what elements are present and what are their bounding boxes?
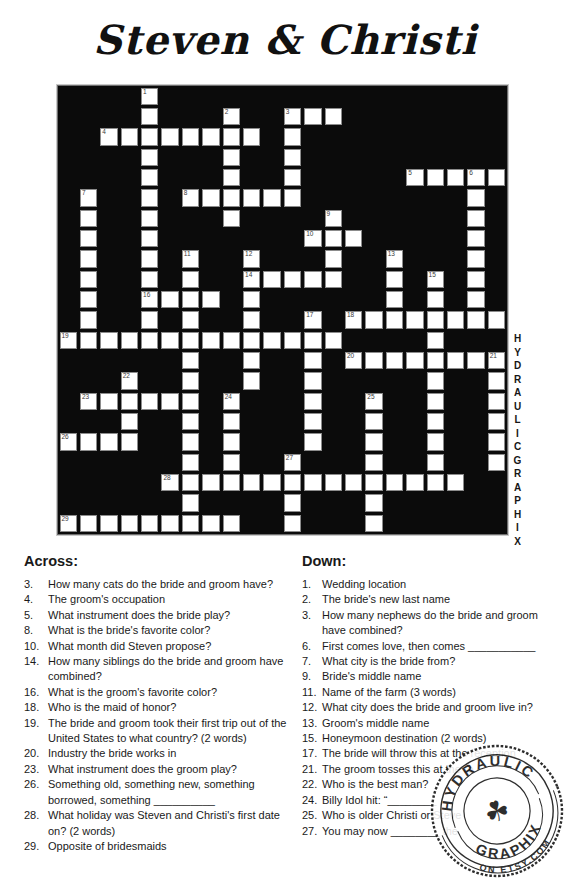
black-cell [425,228,445,248]
white-cell[interactable] [284,128,301,145]
white-cell[interactable] [161,332,178,349]
white-cell[interactable]: 11 [182,250,199,267]
white-cell[interactable]: 26 [60,433,77,450]
white-cell[interactable] [121,332,138,349]
white-cell[interactable] [365,454,382,471]
white-cell[interactable] [243,332,260,349]
crossword-grid: 1234567891011121314151617181920212223242… [57,85,508,535]
white-cell[interactable] [141,230,158,247]
clue-item: 11.Name of the farm (3 words) [302,685,560,700]
white-cell[interactable] [406,352,423,369]
black-cell [364,249,384,269]
black-cell [262,289,282,309]
black-cell [303,86,323,106]
white-cell[interactable] [488,433,505,450]
black-cell [262,147,282,167]
black-cell [466,127,486,147]
black-cell [160,452,180,472]
clue-number: 19. [24,716,48,747]
black-cell [486,106,506,126]
white-cell[interactable] [141,393,158,410]
white-cell[interactable] [467,291,484,308]
clue-number: 22. [302,777,322,792]
cell-number: 29 [62,515,69,523]
black-cell [58,412,78,432]
white-cell[interactable] [284,332,301,349]
white-cell[interactable] [202,474,219,491]
white-cell[interactable]: 17 [304,311,321,328]
white-cell[interactable] [365,352,382,369]
white-cell[interactable]: 9 [325,210,342,227]
white-cell[interactable] [80,291,97,308]
black-cell [364,86,384,106]
white-cell[interactable] [427,372,444,389]
white-cell[interactable] [284,474,301,491]
white-cell[interactable] [325,271,342,288]
white-cell[interactable] [325,474,342,491]
black-cell [466,493,486,513]
clue-number: 24. [302,793,322,808]
white-cell[interactable] [182,271,199,288]
white-cell[interactable] [141,250,158,267]
white-cell[interactable] [80,271,97,288]
black-cell [262,432,282,452]
white-cell[interactable] [202,128,219,145]
white-cell[interactable] [223,128,240,145]
white-cell[interactable] [243,352,260,369]
white-cell[interactable] [467,230,484,247]
white-cell[interactable] [386,311,403,328]
white-cell[interactable] [427,352,444,369]
black-cell [466,391,486,411]
white-cell[interactable] [80,515,97,532]
clue-number: 25. [302,808,322,823]
white-cell[interactable] [467,189,484,206]
white-cell[interactable] [223,149,240,166]
white-cell[interactable] [141,311,158,328]
clue-text: Groom's middle name [322,716,556,731]
black-cell [364,147,384,167]
white-cell[interactable] [121,128,138,145]
white-cell[interactable]: 20 [345,352,362,369]
white-cell[interactable] [284,149,301,166]
black-cell [466,513,486,533]
white-cell[interactable] [427,433,444,450]
white-cell[interactable] [427,474,444,491]
white-cell[interactable] [141,271,158,288]
black-cell [180,228,200,248]
white-cell[interactable] [365,413,382,430]
black-cell [303,513,323,533]
white-cell[interactable] [121,393,138,410]
white-cell[interactable] [141,189,158,206]
white-cell[interactable] [427,413,444,430]
white-cell[interactable] [182,372,199,389]
white-cell[interactable] [161,291,178,308]
black-cell [99,106,119,126]
black-cell [262,167,282,187]
black-cell [160,493,180,513]
cell-number: 17 [306,311,313,319]
white-cell[interactable]: 29 [60,515,77,532]
white-cell[interactable] [284,271,301,288]
black-cell [405,147,425,167]
clue-number: 27. [302,824,322,839]
black-cell [405,513,425,533]
black-cell [425,106,445,126]
black-cell [99,269,119,289]
white-cell[interactable] [141,332,158,349]
white-cell[interactable] [427,332,444,349]
white-cell[interactable] [325,230,342,247]
cell-number: 21 [490,352,497,360]
black-cell [486,269,506,289]
white-cell[interactable] [243,474,260,491]
clue-item: 28.What holiday was Steven and Christi's… [24,808,294,839]
black-cell [221,86,241,106]
white-cell[interactable] [263,474,280,491]
black-cell [425,249,445,269]
black-cell [221,493,241,513]
white-cell[interactable] [141,149,158,166]
black-cell [486,228,506,248]
clue-text: First comes love, then comes ___________ [322,639,556,654]
white-cell[interactable] [243,291,260,308]
black-cell [323,147,343,167]
white-cell[interactable] [386,474,403,491]
white-cell[interactable] [427,311,444,328]
clue-number: 1. [302,577,322,592]
white-cell[interactable] [223,515,240,532]
white-cell[interactable]: 12 [243,250,260,267]
white-cell[interactable] [284,494,301,511]
black-cell [445,86,465,106]
white-cell[interactable] [488,311,505,328]
white-cell[interactable] [345,230,362,247]
white-cell[interactable]: 19 [60,332,77,349]
white-cell[interactable] [406,311,423,328]
white-cell[interactable]: 4 [100,128,117,145]
black-cell [303,147,323,167]
white-cell[interactable] [304,413,321,430]
black-cell [303,452,323,472]
white-cell[interactable] [467,250,484,267]
cell-number: 11 [184,250,191,258]
white-cell[interactable] [447,474,464,491]
white-cell[interactable] [161,393,178,410]
white-cell[interactable] [304,332,321,349]
white-cell[interactable] [427,291,444,308]
white-cell[interactable] [488,169,505,186]
white-cell[interactable] [365,494,382,511]
white-cell[interactable] [202,332,219,349]
clue-number: 3. [24,577,48,592]
white-cell[interactable]: 6 [467,169,484,186]
white-cell[interactable] [182,433,199,450]
white-cell[interactable] [80,433,97,450]
clue-item: 29.Opposite of bridesmaids [24,839,294,854]
white-cell[interactable] [488,413,505,430]
white-cell[interactable]: 2 [223,108,240,125]
white-cell[interactable] [243,311,260,328]
white-cell[interactable] [427,393,444,410]
white-cell[interactable] [182,515,199,532]
white-cell[interactable] [365,311,382,328]
black-cell [78,127,98,147]
cell-number: 12 [245,250,252,258]
clue-item: 4.The groom's occupation [24,592,294,607]
black-cell [140,452,160,472]
white-cell[interactable] [325,108,342,125]
white-cell[interactable] [141,108,158,125]
white-cell[interactable] [182,311,199,328]
black-cell [119,249,139,269]
white-cell[interactable] [182,413,199,430]
white-cell[interactable] [243,128,260,145]
white-cell[interactable] [467,271,484,288]
white-cell[interactable] [304,433,321,450]
white-cell[interactable] [223,332,240,349]
white-cell[interactable] [386,271,403,288]
clue-number: 4. [24,592,48,607]
white-cell[interactable] [488,454,505,471]
white-cell[interactable]: 7 [80,189,97,206]
white-cell[interactable] [284,515,301,532]
white-cell[interactable]: 28 [161,474,178,491]
white-cell[interactable] [100,393,117,410]
white-cell[interactable] [365,515,382,532]
black-cell [58,473,78,493]
black-cell [140,493,160,513]
black-cell [445,391,465,411]
black-cell [242,513,262,533]
white-cell[interactable]: 13 [386,250,403,267]
cell-number: 27 [286,454,293,462]
white-cell[interactable] [182,454,199,471]
black-cell [425,208,445,228]
white-cell[interactable]: 16 [141,291,158,308]
white-cell[interactable]: 3 [284,108,301,125]
white-cell[interactable] [100,433,117,450]
black-cell [58,127,78,147]
black-cell [405,208,425,228]
black-cell [445,249,465,269]
white-cell[interactable] [80,332,97,349]
white-cell[interactable] [223,433,240,450]
black-cell [405,330,425,350]
black-cell [242,208,262,228]
black-cell [119,269,139,289]
white-cell[interactable] [304,108,321,125]
black-cell [486,289,506,309]
white-cell[interactable] [80,210,97,227]
white-cell[interactable] [141,210,158,227]
black-cell [242,432,262,452]
black-cell [343,127,363,147]
black-cell [262,371,282,391]
black-cell [445,452,465,472]
white-cell[interactable] [182,474,199,491]
black-cell [160,371,180,391]
white-cell[interactable] [325,250,342,267]
down-heading: Down: [302,553,560,569]
white-cell[interactable] [386,352,403,369]
white-cell[interactable] [304,393,321,410]
white-cell[interactable] [406,474,423,491]
black-cell [78,493,98,513]
white-cell[interactable] [80,230,97,247]
black-cell [282,249,302,269]
white-cell[interactable]: 23 [80,393,97,410]
clue-number: 28. [24,808,48,839]
cell-number: 6 [469,169,473,177]
black-cell [486,127,506,147]
white-cell[interactable] [182,393,199,410]
clue-number: 8. [24,623,48,638]
black-cell [262,86,282,106]
white-cell[interactable] [223,454,240,471]
white-cell[interactable] [223,189,240,206]
black-cell [343,330,363,350]
black-cell [425,86,445,106]
white-cell[interactable]: 25 [365,393,382,410]
white-cell[interactable]: 10 [304,230,321,247]
white-cell[interactable] [386,291,403,308]
black-cell [119,167,139,187]
black-cell [58,147,78,167]
white-cell[interactable] [263,271,280,288]
white-cell[interactable] [365,433,382,450]
white-cell[interactable] [141,515,158,532]
black-cell [99,350,119,370]
white-cell[interactable] [161,128,178,145]
white-cell[interactable] [345,474,362,491]
white-cell[interactable] [243,372,260,389]
black-cell [262,208,282,228]
black-cell [384,147,404,167]
white-cell[interactable] [467,210,484,227]
white-cell[interactable]: 14 [243,271,260,288]
white-cell[interactable]: 1 [141,88,158,105]
white-cell[interactable] [325,332,342,349]
white-cell[interactable] [488,372,505,389]
white-cell[interactable] [100,515,117,532]
white-cell[interactable] [304,271,321,288]
black-cell [262,391,282,411]
white-cell[interactable] [427,454,444,471]
white-cell[interactable]: 22 [121,372,138,389]
white-cell[interactable] [202,291,219,308]
white-cell[interactable] [202,515,219,532]
white-cell[interactable] [365,474,382,491]
white-cell[interactable] [182,494,199,511]
white-cell[interactable] [182,332,199,349]
black-cell [201,391,221,411]
white-cell[interactable] [80,311,97,328]
white-cell[interactable] [141,128,158,145]
white-cell[interactable] [223,169,240,186]
white-cell[interactable] [284,169,301,186]
white-cell[interactable] [161,515,178,532]
white-cell[interactable] [202,189,219,206]
white-cell[interactable] [141,169,158,186]
black-cell [160,432,180,452]
white-cell[interactable]: 24 [223,393,240,410]
white-cell[interactable] [447,311,464,328]
white-cell[interactable] [223,474,240,491]
white-cell[interactable] [488,393,505,410]
black-cell [78,167,98,187]
black-cell [99,86,119,106]
white-cell[interactable] [182,128,199,145]
white-cell[interactable] [121,413,138,430]
white-cell[interactable] [100,332,117,349]
black-cell [180,86,200,106]
white-cell[interactable] [223,413,240,430]
white-cell[interactable]: 15 [427,271,444,288]
black-cell [160,249,180,269]
black-cell [486,249,506,269]
white-cell[interactable] [427,169,444,186]
white-cell[interactable]: 21 [488,352,505,369]
black-cell [221,371,241,391]
white-cell[interactable] [304,352,321,369]
white-cell[interactable] [467,352,484,369]
black-cell [384,493,404,513]
white-cell[interactable] [304,372,321,389]
white-cell[interactable] [243,189,260,206]
white-cell[interactable]: 27 [284,454,301,471]
clue-number: 2. [302,592,322,607]
white-cell[interactable]: 18 [345,311,362,328]
black-cell [242,391,262,411]
white-cell[interactable] [80,250,97,267]
black-cell [160,269,180,289]
white-cell[interactable] [304,474,321,491]
black-cell [384,412,404,432]
black-cell [160,86,180,106]
white-cell[interactable] [284,189,301,206]
white-cell[interactable] [182,352,199,369]
black-cell [405,127,425,147]
black-cell [119,188,139,208]
cell-number: 28 [163,474,170,482]
black-cell [262,452,282,472]
clue-item: 8.What is the bride's favorite color? [24,623,294,638]
white-cell[interactable] [467,311,484,328]
white-cell[interactable] [447,169,464,186]
black-cell [78,86,98,106]
black-cell [58,391,78,411]
white-cell[interactable] [447,352,464,369]
black-cell [466,452,486,472]
white-cell[interactable]: 5 [406,169,423,186]
black-cell [466,147,486,167]
black-cell [262,228,282,248]
black-cell [384,432,404,452]
white-cell[interactable] [121,515,138,532]
white-cell[interactable] [182,291,199,308]
white-cell[interactable] [223,210,240,227]
black-cell [445,289,465,309]
white-cell[interactable] [263,332,280,349]
black-cell [99,167,119,187]
clue-text: How many siblings do the bride and groom… [48,654,290,685]
clue-text: What is the groom's favorite color? [48,685,290,700]
white-cell[interactable]: 8 [182,189,199,206]
white-cell[interactable] [263,189,280,206]
white-cell[interactable] [121,433,138,450]
